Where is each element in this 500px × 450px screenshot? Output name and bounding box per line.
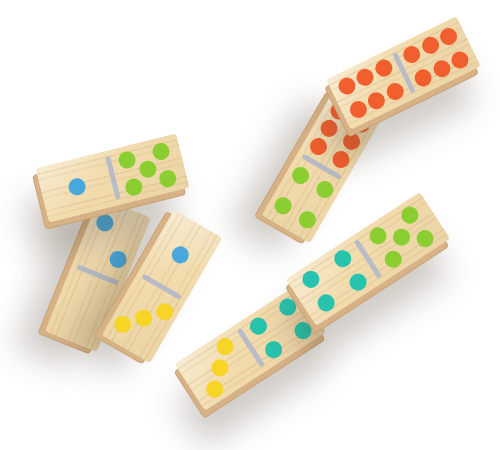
orange-pip	[317, 117, 340, 140]
orange-pip	[437, 25, 460, 48]
domino-table	[0, 0, 500, 450]
green-pip	[117, 150, 138, 171]
orange-pip	[335, 75, 358, 98]
orange-pip	[400, 43, 423, 66]
yellow-pip	[208, 356, 232, 380]
teal-pip	[346, 270, 370, 294]
green-pip	[157, 168, 178, 189]
green-pip	[296, 208, 319, 231]
teal-pip	[331, 247, 355, 271]
teal-pip	[299, 268, 323, 292]
teal-pip	[246, 314, 270, 338]
green-pip	[150, 141, 171, 162]
yellow-pip	[202, 377, 226, 401]
orange-pip	[412, 66, 435, 89]
domino-top-right-free[interactable]	[326, 16, 481, 130]
orange-pip	[448, 48, 471, 71]
green-pip	[313, 178, 336, 201]
green-pip	[398, 203, 422, 227]
yellow-pip	[132, 306, 155, 329]
orange-pip	[372, 57, 395, 80]
green-pip	[123, 177, 144, 198]
orange-pip	[340, 129, 363, 152]
yellow-pip	[213, 335, 237, 359]
blue-pip	[169, 243, 192, 266]
green-pip	[414, 227, 438, 251]
orange-pip	[346, 98, 369, 121]
orange-pip	[307, 134, 330, 157]
orange-pip	[430, 57, 453, 80]
yellow-pip	[112, 312, 135, 335]
teal-pip	[291, 319, 315, 343]
teal-pip	[276, 295, 300, 319]
orange-pip	[330, 147, 353, 170]
green-pip	[366, 224, 390, 248]
teal-pip	[262, 338, 286, 362]
blue-pip	[93, 211, 115, 233]
blue-pip	[108, 248, 130, 270]
orange-pip	[365, 89, 388, 112]
blue-pip	[67, 176, 88, 197]
orange-pip	[419, 34, 442, 57]
green-pip	[289, 164, 312, 187]
green-pip	[390, 225, 414, 249]
green-pip	[271, 194, 294, 217]
green-pip	[381, 248, 405, 272]
orange-pip	[383, 80, 406, 103]
yellow-pip	[153, 299, 176, 322]
green-pip	[137, 159, 158, 180]
teal-pip	[314, 291, 338, 315]
orange-pip	[353, 66, 376, 89]
